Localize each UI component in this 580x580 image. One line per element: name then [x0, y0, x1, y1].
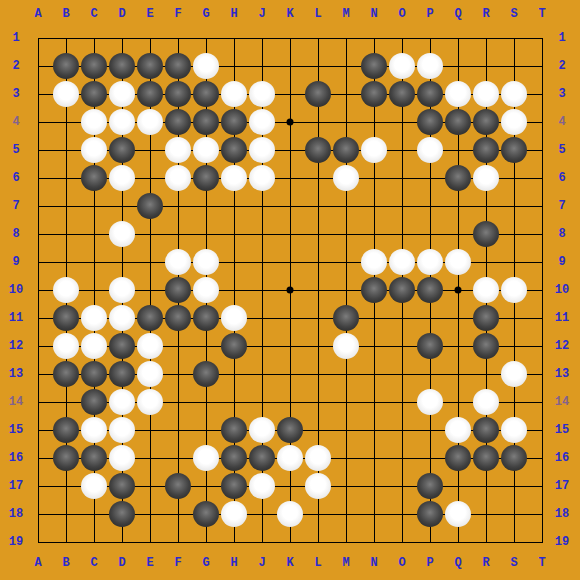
- white-stone: [193, 277, 219, 303]
- white-stone: [473, 165, 499, 191]
- coord-label-bottom-C: C: [90, 557, 97, 569]
- star-point: [287, 287, 294, 294]
- coord-label-right-3: 3: [558, 88, 565, 100]
- black-stone: [333, 137, 359, 163]
- coord-label-left-18: 18: [9, 508, 23, 520]
- coord-label-top-Q: Q: [454, 8, 461, 20]
- coord-label-right-8: 8: [558, 228, 565, 240]
- coord-label-bottom-N: N: [370, 557, 377, 569]
- black-stone: [389, 81, 415, 107]
- coord-label-bottom-F: F: [174, 557, 181, 569]
- coord-label-top-K: K: [286, 8, 293, 20]
- coord-label-right-11: 11: [555, 312, 569, 324]
- coord-label-left-13: 13: [9, 368, 23, 380]
- go-board[interactable]: [24, 24, 556, 556]
- coord-label-right-14: 14: [555, 396, 569, 408]
- white-stone: [81, 109, 107, 135]
- black-stone: [473, 109, 499, 135]
- black-stone: [165, 53, 191, 79]
- black-stone: [417, 333, 443, 359]
- white-stone: [249, 81, 275, 107]
- black-stone: [81, 165, 107, 191]
- white-stone: [81, 305, 107, 331]
- black-stone: [165, 305, 191, 331]
- white-stone: [165, 165, 191, 191]
- black-stone: [53, 305, 79, 331]
- black-stone: [361, 81, 387, 107]
- black-stone: [249, 445, 275, 471]
- black-stone: [53, 53, 79, 79]
- coord-label-right-1: 1: [558, 32, 565, 44]
- coord-label-left-5: 5: [12, 144, 19, 156]
- white-stone: [81, 473, 107, 499]
- coord-label-left-17: 17: [9, 480, 23, 492]
- black-stone: [165, 473, 191, 499]
- black-stone: [501, 137, 527, 163]
- coord-label-top-J: J: [258, 8, 265, 20]
- white-stone: [333, 333, 359, 359]
- white-stone: [221, 81, 247, 107]
- black-stone: [137, 193, 163, 219]
- black-stone: [221, 137, 247, 163]
- coord-label-left-4: 4: [12, 116, 19, 128]
- coord-label-left-14: 14: [9, 396, 23, 408]
- white-stone: [81, 333, 107, 359]
- black-stone: [165, 109, 191, 135]
- coord-label-left-1: 1: [12, 32, 19, 44]
- white-stone: [53, 333, 79, 359]
- white-stone: [221, 501, 247, 527]
- black-stone: [109, 137, 135, 163]
- black-stone: [417, 501, 443, 527]
- coord-label-left-16: 16: [9, 452, 23, 464]
- star-point: [455, 287, 462, 294]
- star-point: [287, 119, 294, 126]
- white-stone: [193, 249, 219, 275]
- white-stone: [417, 249, 443, 275]
- black-stone: [417, 81, 443, 107]
- white-stone: [221, 165, 247, 191]
- coord-label-top-T: T: [538, 8, 545, 20]
- coord-label-bottom-L: L: [314, 557, 321, 569]
- black-stone: [193, 109, 219, 135]
- black-stone: [193, 501, 219, 527]
- coord-label-top-F: F: [174, 8, 181, 20]
- black-stone: [137, 305, 163, 331]
- coord-label-bottom-P: P: [426, 557, 433, 569]
- coord-label-bottom-B: B: [62, 557, 69, 569]
- coord-label-top-A: A: [34, 8, 41, 20]
- coord-label-right-19: 19: [555, 536, 569, 548]
- white-stone: [501, 277, 527, 303]
- go-board-screen: AABBCCDDEEFFGGHHJJKKLLMMNNOOPPQQRRSSTT11…: [0, 0, 580, 580]
- coord-label-right-18: 18: [555, 508, 569, 520]
- black-stone: [473, 445, 499, 471]
- black-stone: [109, 501, 135, 527]
- coord-label-right-12: 12: [555, 340, 569, 352]
- black-stone: [109, 333, 135, 359]
- white-stone: [445, 81, 471, 107]
- white-stone: [109, 305, 135, 331]
- black-stone: [81, 389, 107, 415]
- coord-label-bottom-R: R: [482, 557, 489, 569]
- coord-label-left-3: 3: [12, 88, 19, 100]
- coord-label-right-4: 4: [558, 116, 565, 128]
- black-stone: [501, 445, 527, 471]
- black-stone: [361, 53, 387, 79]
- black-stone: [53, 417, 79, 443]
- black-stone: [473, 333, 499, 359]
- coord-label-top-C: C: [90, 8, 97, 20]
- white-stone: [333, 165, 359, 191]
- white-stone: [109, 445, 135, 471]
- black-stone: [473, 305, 499, 331]
- coord-label-top-H: H: [230, 8, 237, 20]
- white-stone: [417, 389, 443, 415]
- coord-label-right-13: 13: [555, 368, 569, 380]
- black-stone: [221, 445, 247, 471]
- coord-label-right-9: 9: [558, 256, 565, 268]
- white-stone: [165, 249, 191, 275]
- white-stone: [221, 305, 247, 331]
- white-stone: [109, 165, 135, 191]
- coord-label-top-L: L: [314, 8, 321, 20]
- white-stone: [137, 109, 163, 135]
- white-stone: [305, 445, 331, 471]
- coord-label-bottom-J: J: [258, 557, 265, 569]
- white-stone: [109, 109, 135, 135]
- white-stone: [109, 389, 135, 415]
- coord-label-left-12: 12: [9, 340, 23, 352]
- black-stone: [473, 417, 499, 443]
- white-stone: [277, 501, 303, 527]
- coord-label-top-D: D: [118, 8, 125, 20]
- coord-label-top-G: G: [202, 8, 209, 20]
- white-stone: [249, 137, 275, 163]
- coord-label-bottom-M: M: [342, 557, 349, 569]
- white-stone: [137, 361, 163, 387]
- white-stone: [277, 445, 303, 471]
- coord-label-right-17: 17: [555, 480, 569, 492]
- coord-label-bottom-E: E: [146, 557, 153, 569]
- coord-label-right-2: 2: [558, 60, 565, 72]
- black-stone: [109, 53, 135, 79]
- white-stone: [193, 445, 219, 471]
- coord-label-bottom-O: O: [398, 557, 405, 569]
- coord-label-bottom-H: H: [230, 557, 237, 569]
- coord-label-top-N: N: [370, 8, 377, 20]
- black-stone: [221, 417, 247, 443]
- coord-label-right-6: 6: [558, 172, 565, 184]
- coord-label-left-15: 15: [9, 424, 23, 436]
- coord-label-right-15: 15: [555, 424, 569, 436]
- coord-label-bottom-D: D: [118, 557, 125, 569]
- coord-label-left-9: 9: [12, 256, 19, 268]
- white-stone: [53, 277, 79, 303]
- coord-label-left-7: 7: [12, 200, 19, 212]
- white-stone: [445, 417, 471, 443]
- coord-label-left-11: 11: [9, 312, 23, 324]
- white-stone: [445, 501, 471, 527]
- white-stone: [137, 333, 163, 359]
- black-stone: [277, 417, 303, 443]
- black-stone: [473, 221, 499, 247]
- coord-label-bottom-G: G: [202, 557, 209, 569]
- white-stone: [501, 417, 527, 443]
- black-stone: [81, 81, 107, 107]
- white-stone: [389, 53, 415, 79]
- white-stone: [305, 473, 331, 499]
- coord-label-top-P: P: [426, 8, 433, 20]
- white-stone: [473, 81, 499, 107]
- black-stone: [389, 277, 415, 303]
- coord-label-left-6: 6: [12, 172, 19, 184]
- white-stone: [165, 137, 191, 163]
- black-stone: [417, 277, 443, 303]
- white-stone: [389, 249, 415, 275]
- white-stone: [445, 249, 471, 275]
- black-stone: [417, 473, 443, 499]
- white-stone: [193, 137, 219, 163]
- black-stone: [81, 361, 107, 387]
- black-stone: [221, 473, 247, 499]
- white-stone: [501, 81, 527, 107]
- white-stone: [417, 137, 443, 163]
- black-stone: [193, 165, 219, 191]
- black-stone: [109, 361, 135, 387]
- black-stone: [193, 305, 219, 331]
- white-stone: [137, 389, 163, 415]
- white-stone: [249, 109, 275, 135]
- white-stone: [249, 473, 275, 499]
- black-stone: [193, 361, 219, 387]
- black-stone: [165, 81, 191, 107]
- coord-label-top-O: O: [398, 8, 405, 20]
- black-stone: [445, 165, 471, 191]
- black-stone: [137, 53, 163, 79]
- coord-label-bottom-Q: Q: [454, 557, 461, 569]
- black-stone: [333, 305, 359, 331]
- black-stone: [361, 277, 387, 303]
- white-stone: [193, 53, 219, 79]
- white-stone: [109, 81, 135, 107]
- coord-label-right-5: 5: [558, 144, 565, 156]
- black-stone: [445, 445, 471, 471]
- coord-label-top-E: E: [146, 8, 153, 20]
- white-stone: [501, 109, 527, 135]
- black-stone: [193, 81, 219, 107]
- coord-label-top-B: B: [62, 8, 69, 20]
- white-stone: [417, 53, 443, 79]
- white-stone: [109, 221, 135, 247]
- coord-label-top-M: M: [342, 8, 349, 20]
- coord-label-bottom-K: K: [286, 557, 293, 569]
- black-stone: [221, 109, 247, 135]
- white-stone: [501, 361, 527, 387]
- coord-label-top-S: S: [510, 8, 517, 20]
- black-stone: [81, 445, 107, 471]
- coord-label-right-7: 7: [558, 200, 565, 212]
- black-stone: [473, 137, 499, 163]
- white-stone: [361, 137, 387, 163]
- white-stone: [361, 249, 387, 275]
- black-stone: [445, 109, 471, 135]
- white-stone: [81, 137, 107, 163]
- black-stone: [305, 81, 331, 107]
- coord-label-bottom-T: T: [538, 557, 545, 569]
- black-stone: [109, 473, 135, 499]
- coord-label-right-10: 10: [555, 284, 569, 296]
- black-stone: [81, 53, 107, 79]
- coord-label-bottom-A: A: [34, 557, 41, 569]
- black-stone: [53, 445, 79, 471]
- white-stone: [473, 389, 499, 415]
- black-stone: [165, 277, 191, 303]
- white-stone: [81, 417, 107, 443]
- white-stone: [109, 417, 135, 443]
- coord-label-top-R: R: [482, 8, 489, 20]
- coord-label-bottom-S: S: [510, 557, 517, 569]
- white-stone: [473, 277, 499, 303]
- white-stone: [249, 165, 275, 191]
- black-stone: [221, 333, 247, 359]
- black-stone: [305, 137, 331, 163]
- coord-label-left-10: 10: [9, 284, 23, 296]
- white-stone: [249, 417, 275, 443]
- white-stone: [109, 277, 135, 303]
- black-stone: [53, 361, 79, 387]
- coord-label-left-2: 2: [12, 60, 19, 72]
- white-stone: [53, 81, 79, 107]
- coord-label-right-16: 16: [555, 452, 569, 464]
- coord-label-left-8: 8: [12, 228, 19, 240]
- coord-label-left-19: 19: [9, 536, 23, 548]
- black-stone: [417, 109, 443, 135]
- black-stone: [137, 81, 163, 107]
